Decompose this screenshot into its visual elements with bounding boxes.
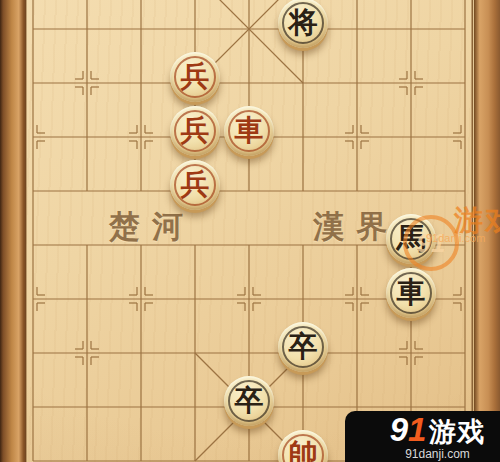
watermark-bar-site: 91danji.com <box>405 447 470 461</box>
xiangqi-game-screen: 楚河 漢界 将兵兵車兵馬車卒卒帥 91 游戏 91danji.com 9 1 游… <box>0 0 500 462</box>
piece-character: 兵 <box>181 116 210 145</box>
piece-black-general[interactable]: 将 <box>278 0 328 48</box>
watermark-bar: 9 1 游戏 91danji.com <box>345 411 500 462</box>
piece-character: 兵 <box>181 62 210 91</box>
piece-red-soldier-1[interactable]: 兵 <box>170 52 220 102</box>
river-label-chu: 楚河 <box>109 206 195 248</box>
piece-red-chariot[interactable]: 車 <box>224 106 274 156</box>
watermark-bar-logo: 9 1 游戏 <box>390 413 486 446</box>
piece-character: 車 <box>397 278 426 307</box>
piece-character: 卒 <box>289 332 318 361</box>
piece-black-soldier-2[interactable]: 卒 <box>224 376 274 426</box>
watermark-badge-site: 91danji.com <box>426 232 485 244</box>
piece-black-soldier-1[interactable]: 卒 <box>278 322 328 372</box>
piece-red-soldier-2[interactable]: 兵 <box>170 106 220 156</box>
board-frame-left <box>0 0 26 462</box>
piece-character: 帥 <box>289 440 318 462</box>
piece-character: 兵 <box>181 170 210 199</box>
piece-black-chariot[interactable]: 車 <box>386 268 436 318</box>
piece-character: 車 <box>235 116 264 145</box>
piece-character: 卒 <box>235 386 264 415</box>
piece-character: 将 <box>289 8 318 37</box>
piece-red-soldier-3[interactable]: 兵 <box>170 160 220 210</box>
